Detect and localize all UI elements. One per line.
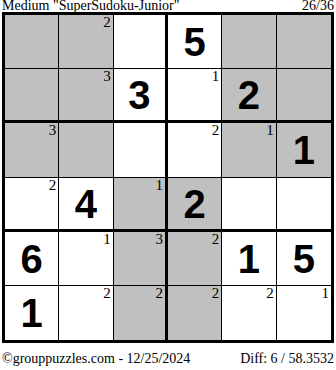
cell-r2c1[interactable] xyxy=(5,69,59,123)
cell-r4c4[interactable]: 2 xyxy=(168,178,222,232)
given-digit: 3 xyxy=(114,69,165,120)
cell-r5c2[interactable]: 1 xyxy=(59,232,113,286)
corner-mark: 3 xyxy=(49,123,57,138)
cell-r5c4[interactable]: 2 xyxy=(168,232,222,286)
cell-r3c2[interactable] xyxy=(59,123,113,177)
cell-r1c3[interactable] xyxy=(114,15,168,69)
cell-r6c1[interactable]: 1 xyxy=(5,286,59,340)
corner-mark: 3 xyxy=(155,232,163,247)
sudoku-board: 25331232112412613215122221 xyxy=(2,12,334,343)
corner-mark: 1 xyxy=(321,286,329,301)
cell-r3c3[interactable] xyxy=(114,123,168,177)
copyright-text: ©grouppuzzles.com - 12/25/2024 xyxy=(2,351,190,367)
cell-r1c4[interactable]: 5 xyxy=(168,15,222,69)
corner-mark: 2 xyxy=(212,232,220,247)
cell-r6c4[interactable]: 2 xyxy=(168,286,222,340)
given-digit: 6 xyxy=(5,232,58,285)
given-digit: 1 xyxy=(277,123,331,176)
corner-mark: 2 xyxy=(155,286,163,301)
corner-mark: 2 xyxy=(212,286,220,301)
cell-r6c6[interactable]: 1 xyxy=(277,286,331,340)
given-digit: 2 xyxy=(168,178,221,229)
given-digit: 5 xyxy=(168,15,221,68)
cell-r5c5[interactable]: 1 xyxy=(222,232,276,286)
cell-r3c6[interactable]: 1 xyxy=(277,123,331,177)
given-digit: 1 xyxy=(222,232,275,285)
corner-mark: 2 xyxy=(212,123,220,138)
cell-r4c2[interactable]: 4 xyxy=(59,178,113,232)
corner-mark: 1 xyxy=(212,69,220,84)
cell-r3c4[interactable]: 2 xyxy=(168,123,222,177)
cell-r4c3[interactable]: 1 xyxy=(114,178,168,232)
given-digit: 2 xyxy=(222,69,275,120)
cell-r2c6[interactable] xyxy=(277,69,331,123)
corner-mark: 2 xyxy=(266,286,274,301)
corner-mark: 2 xyxy=(49,178,57,193)
corner-mark: 2 xyxy=(103,286,111,301)
cell-r4c5[interactable] xyxy=(222,178,276,232)
cell-r2c4[interactable]: 1 xyxy=(168,69,222,123)
cell-r2c2[interactable]: 3 xyxy=(59,69,113,123)
footer: ©grouppuzzles.com - 12/25/2024 Diff: 6 /… xyxy=(2,351,334,367)
cell-r5c6[interactable]: 5 xyxy=(277,232,331,286)
cell-r1c6[interactable] xyxy=(277,15,331,69)
cell-r6c5[interactable]: 2 xyxy=(222,286,276,340)
cell-r4c1[interactable]: 2 xyxy=(5,178,59,232)
cell-r4c6[interactable] xyxy=(277,178,331,232)
corner-mark: 1 xyxy=(266,123,274,138)
given-digit: 4 xyxy=(59,178,112,229)
cell-r1c1[interactable] xyxy=(5,15,59,69)
cell-r2c5[interactable]: 2 xyxy=(222,69,276,123)
corner-mark: 3 xyxy=(103,69,111,84)
cell-r3c5[interactable]: 1 xyxy=(222,123,276,177)
cell-r2c3[interactable]: 3 xyxy=(114,69,168,123)
cell-r5c3[interactable]: 3 xyxy=(114,232,168,286)
difficulty-text: Diff: 6 / 58.3532 xyxy=(240,351,334,367)
corner-mark: 2 xyxy=(103,15,111,30)
cell-r1c2[interactable]: 2 xyxy=(59,15,113,69)
cell-r6c3[interactable]: 2 xyxy=(114,286,168,340)
given-digit: 5 xyxy=(277,232,331,285)
cell-r5c1[interactable]: 6 xyxy=(5,232,59,286)
cell-r1c5[interactable] xyxy=(222,15,276,69)
cell-r3c1[interactable]: 3 xyxy=(5,123,59,177)
corner-mark: 1 xyxy=(155,178,163,193)
given-digit: 1 xyxy=(5,286,58,340)
cell-r6c2[interactable]: 2 xyxy=(59,286,113,340)
corner-mark: 1 xyxy=(103,232,111,247)
